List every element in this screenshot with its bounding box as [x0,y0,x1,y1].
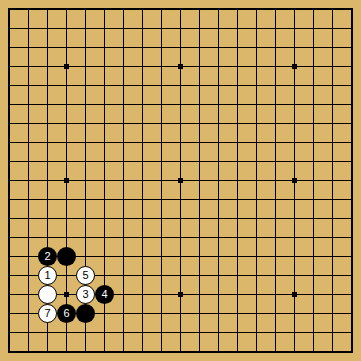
intersection [228,266,247,285]
intersection [247,76,266,95]
intersection [38,38,57,57]
intersection [266,342,285,361]
intersection [19,114,38,133]
intersection [76,209,95,228]
stone-black-setup [76,304,95,323]
star-point [64,64,69,69]
intersection [342,76,361,95]
intersection [190,342,209,361]
intersection [95,228,114,247]
star-point [178,64,183,69]
intersection [342,0,361,19]
intersection [19,285,38,304]
intersection [152,133,171,152]
intersection [323,190,342,209]
intersection [247,152,266,171]
intersection [342,38,361,57]
intersection [152,0,171,19]
intersection [247,19,266,38]
intersection [38,76,57,95]
intersection [171,323,190,342]
intersection [342,228,361,247]
intersection [133,266,152,285]
intersection [171,76,190,95]
intersection [76,171,95,190]
intersection [228,323,247,342]
intersection [0,190,19,209]
intersection [57,57,76,76]
intersection [209,190,228,209]
intersection [323,228,342,247]
intersection [228,247,247,266]
intersection [95,133,114,152]
intersection [133,19,152,38]
move-number: 5 [82,270,88,281]
intersection [171,114,190,133]
intersection [152,285,171,304]
intersection [38,95,57,114]
intersection [209,95,228,114]
intersection [114,0,133,19]
intersection [57,342,76,361]
intersection [171,342,190,361]
intersection [247,95,266,114]
intersection [342,342,361,361]
intersection [228,57,247,76]
intersection [0,209,19,228]
intersection [190,285,209,304]
intersection [114,285,133,304]
intersection [285,152,304,171]
intersection [323,247,342,266]
intersection [114,342,133,361]
intersection [95,76,114,95]
intersection [209,76,228,95]
intersection [266,76,285,95]
intersection [190,304,209,323]
intersection [19,228,38,247]
intersection [342,266,361,285]
intersection [171,19,190,38]
intersection [76,0,95,19]
intersection [57,323,76,342]
intersection [76,133,95,152]
intersection [114,171,133,190]
intersection [76,95,95,114]
intersection [304,323,323,342]
intersection [342,114,361,133]
intersection [342,57,361,76]
intersection [209,304,228,323]
intersection [285,95,304,114]
intersection [57,95,76,114]
intersection [0,304,19,323]
intersection [133,133,152,152]
intersection [171,247,190,266]
intersection [323,323,342,342]
move-number: 4 [101,289,107,300]
intersection [38,133,57,152]
intersection [38,57,57,76]
intersection [57,0,76,19]
intersection [323,152,342,171]
intersection [266,285,285,304]
intersection [19,95,38,114]
intersection [304,114,323,133]
stone-white-setup [38,285,57,304]
intersection [304,38,323,57]
intersection [285,76,304,95]
intersection [57,228,76,247]
intersection [95,114,114,133]
intersection [57,285,76,304]
intersection [152,247,171,266]
intersection [57,76,76,95]
intersection [38,152,57,171]
intersection [114,95,133,114]
move-number: 6 [63,308,69,319]
intersection [95,342,114,361]
intersection [133,228,152,247]
intersection [266,304,285,323]
intersection [95,57,114,76]
intersection [0,95,19,114]
intersection [57,38,76,57]
intersection [304,209,323,228]
intersection [228,76,247,95]
intersection [0,285,19,304]
intersection [76,38,95,57]
intersection [19,323,38,342]
star-point [178,178,183,183]
intersection [228,19,247,38]
intersection [171,38,190,57]
intersection [209,114,228,133]
intersection [247,171,266,190]
intersection [133,342,152,361]
intersection [190,133,209,152]
intersection [266,152,285,171]
intersection [171,285,190,304]
intersection [304,133,323,152]
intersection [323,209,342,228]
intersection [19,190,38,209]
intersection [209,171,228,190]
intersection [342,133,361,152]
intersection [209,342,228,361]
intersection [19,342,38,361]
intersection [266,209,285,228]
intersection [95,209,114,228]
intersection [190,247,209,266]
intersection [247,133,266,152]
intersection [323,19,342,38]
stone-white-move-7: 7 [38,304,57,323]
intersection [266,38,285,57]
intersection [304,228,323,247]
stone-black-move-2: 2 [38,247,57,266]
intersection [209,57,228,76]
intersection [190,19,209,38]
intersection [266,266,285,285]
intersection [323,285,342,304]
intersection [76,323,95,342]
intersection [304,95,323,114]
intersection [38,228,57,247]
intersection [228,114,247,133]
intersection [19,266,38,285]
intersection [76,190,95,209]
intersection [0,152,19,171]
intersection [95,19,114,38]
intersection [285,114,304,133]
intersection [190,0,209,19]
intersection [323,95,342,114]
intersection [266,114,285,133]
stone-black-move-6: 6 [57,304,76,323]
intersection [209,133,228,152]
intersection [0,76,19,95]
star-point [292,64,297,69]
intersection [228,209,247,228]
intersection [190,266,209,285]
intersection [323,114,342,133]
intersection [190,76,209,95]
intersection [304,19,323,38]
intersection [228,285,247,304]
intersection [228,133,247,152]
intersection [114,38,133,57]
intersection [342,152,361,171]
intersection [323,57,342,76]
intersection [190,38,209,57]
intersection [0,133,19,152]
intersection [152,114,171,133]
intersection [247,247,266,266]
intersection [304,247,323,266]
stone-black-move-4: 4 [95,285,114,304]
intersection [304,190,323,209]
intersection [95,171,114,190]
intersection [228,304,247,323]
intersection [114,114,133,133]
intersection [285,57,304,76]
intersection [114,304,133,323]
intersection [323,76,342,95]
intersection [285,285,304,304]
intersection [304,57,323,76]
intersection [171,57,190,76]
stone-white-move-3: 3 [76,285,95,304]
intersection [304,285,323,304]
intersection [342,190,361,209]
intersection [0,0,19,19]
intersection [76,76,95,95]
move-number: 7 [44,308,50,319]
intersection [228,171,247,190]
intersection [304,152,323,171]
intersection [95,266,114,285]
intersection [152,304,171,323]
intersection [190,114,209,133]
intersection [171,266,190,285]
intersection [57,209,76,228]
intersection [285,266,304,285]
intersection [304,171,323,190]
intersection [133,76,152,95]
intersection [247,304,266,323]
intersection [323,304,342,323]
intersection [285,133,304,152]
intersection [285,228,304,247]
intersection [171,0,190,19]
intersection [209,323,228,342]
intersection [285,304,304,323]
intersection [38,323,57,342]
intersection [133,209,152,228]
intersection [228,152,247,171]
intersection [76,19,95,38]
intersection [247,266,266,285]
intersection [247,209,266,228]
intersection [171,152,190,171]
intersection [323,0,342,19]
intersection [266,95,285,114]
intersection [133,285,152,304]
intersection [190,190,209,209]
intersection [247,285,266,304]
intersection [285,19,304,38]
intersection [247,342,266,361]
intersection [228,38,247,57]
star-point [64,292,69,297]
intersection [95,38,114,57]
star-point [292,178,297,183]
intersection [95,323,114,342]
intersection [152,323,171,342]
intersection [19,209,38,228]
intersection [304,0,323,19]
intersection [209,228,228,247]
intersection [38,342,57,361]
intersection [0,57,19,76]
intersection [342,95,361,114]
intersection [171,133,190,152]
stone-black-setup [57,247,76,266]
intersection [190,152,209,171]
intersection [285,38,304,57]
intersection [38,19,57,38]
intersection [228,342,247,361]
intersection [247,190,266,209]
intersection [133,57,152,76]
intersection [76,114,95,133]
intersection [171,228,190,247]
intersection [190,323,209,342]
intersection [266,228,285,247]
intersection [285,342,304,361]
intersection [228,0,247,19]
intersection [304,342,323,361]
go-diagram: 1234567 [0,0,361,361]
intersection [152,171,171,190]
intersection [133,304,152,323]
intersection [0,228,19,247]
intersection [209,0,228,19]
intersection [114,19,133,38]
intersection [342,304,361,323]
intersection [342,209,361,228]
intersection [152,190,171,209]
intersection [152,57,171,76]
intersection [342,285,361,304]
intersection [0,342,19,361]
intersection [114,57,133,76]
intersection [152,152,171,171]
intersection [19,38,38,57]
intersection [285,0,304,19]
intersection [152,209,171,228]
intersection [38,171,57,190]
intersection [285,190,304,209]
intersection [19,0,38,19]
intersection [114,133,133,152]
intersection [190,95,209,114]
intersection [304,76,323,95]
intersection [190,57,209,76]
intersection [342,19,361,38]
intersection [190,228,209,247]
intersection [95,247,114,266]
intersection [342,247,361,266]
intersection [209,285,228,304]
star-point [64,178,69,183]
intersection [209,19,228,38]
intersection [209,38,228,57]
intersection [247,57,266,76]
intersection [114,247,133,266]
intersection [76,57,95,76]
intersection [38,114,57,133]
intersection [285,209,304,228]
intersection [285,247,304,266]
intersection [247,114,266,133]
intersection [266,323,285,342]
intersection [285,323,304,342]
intersection [133,152,152,171]
intersection [190,171,209,190]
move-number: 2 [44,251,50,262]
intersection [76,228,95,247]
intersection [19,133,38,152]
move-number: 1 [44,270,50,281]
intersection [266,190,285,209]
intersection [209,209,228,228]
intersection [0,247,19,266]
stone-white-move-1: 1 [38,266,57,285]
intersection [114,76,133,95]
intersection [19,57,38,76]
intersection [133,323,152,342]
intersection [114,209,133,228]
go-board: 1234567 [0,0,361,361]
intersection [266,19,285,38]
intersection [171,95,190,114]
intersection [266,247,285,266]
intersection [95,304,114,323]
intersection [247,0,266,19]
intersection [0,114,19,133]
